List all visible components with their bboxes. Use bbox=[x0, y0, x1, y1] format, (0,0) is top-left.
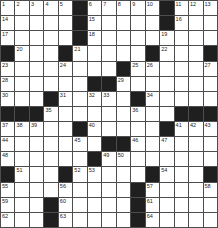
cell-r15c15[interactable] bbox=[204, 213, 217, 227]
cell-r6c1[interactable]: 28 bbox=[1, 77, 14, 91]
cell-r14c12[interactable] bbox=[160, 198, 173, 212]
clue-number-41: 41 bbox=[176, 122, 182, 128]
cell-r10c4[interactable] bbox=[44, 137, 57, 151]
cell-r11c15[interactable] bbox=[204, 152, 217, 166]
clue-number-50: 50 bbox=[118, 152, 124, 158]
cell-r1c11[interactable]: 10 bbox=[146, 1, 159, 15]
clue-number-3: 3 bbox=[31, 1, 34, 7]
black-cell-r15c10 bbox=[131, 213, 144, 227]
cell-r5c15[interactable]: 27 bbox=[204, 62, 217, 76]
cell-r2c15[interactable] bbox=[204, 16, 217, 30]
cell-r1c5[interactable]: 5 bbox=[59, 1, 72, 15]
cell-r1c10[interactable]: 9 bbox=[131, 1, 144, 15]
cell-r12c6[interactable]: 52 bbox=[73, 167, 86, 181]
cell-r1c2[interactable]: 2 bbox=[15, 1, 28, 15]
clue-number-33: 33 bbox=[103, 92, 109, 98]
cell-r8c7[interactable] bbox=[88, 107, 101, 121]
clue-number-62: 62 bbox=[2, 213, 8, 219]
cell-r5c10[interactable]: 25 bbox=[131, 62, 144, 76]
clue-number-59: 59 bbox=[2, 198, 8, 204]
cell-r9c13[interactable]: 41 bbox=[175, 122, 188, 136]
black-cell-r14c4 bbox=[44, 198, 57, 212]
cell-r14c2[interactable] bbox=[15, 198, 28, 212]
cell-r13c13[interactable] bbox=[175, 183, 188, 197]
clue-number-30: 30 bbox=[2, 92, 8, 98]
clue-number-13: 13 bbox=[205, 1, 211, 7]
cell-r8c12[interactable] bbox=[160, 107, 173, 121]
clue-number-34: 34 bbox=[147, 92, 153, 98]
cell-r15c11[interactable]: 64 bbox=[146, 213, 159, 227]
cell-r11c6[interactable] bbox=[73, 152, 86, 166]
cell-r7c13[interactable] bbox=[175, 92, 188, 106]
cell-r5c7[interactable] bbox=[88, 62, 101, 76]
black-cell-r7c4 bbox=[44, 92, 57, 106]
cell-r10c14[interactable] bbox=[189, 137, 202, 151]
cell-r3c3[interactable] bbox=[30, 31, 43, 45]
cell-r13c4[interactable] bbox=[44, 183, 57, 197]
black-cell-r6c7 bbox=[88, 77, 101, 91]
cell-r2c4[interactable] bbox=[44, 16, 57, 30]
cell-r5c13[interactable] bbox=[175, 62, 188, 76]
cell-r11c2[interactable] bbox=[15, 152, 28, 166]
black-cell-r8c1 bbox=[1, 107, 14, 121]
clue-number-12: 12 bbox=[190, 1, 196, 7]
cell-r1c1[interactable]: 1 bbox=[1, 1, 14, 15]
black-cell-r8c3 bbox=[30, 107, 43, 121]
black-cell-r8c14 bbox=[189, 107, 202, 121]
cell-r3c5[interactable] bbox=[59, 31, 72, 45]
clue-number-43: 43 bbox=[205, 122, 211, 128]
cell-r7c9[interactable] bbox=[117, 92, 130, 106]
cell-r11c13[interactable] bbox=[175, 152, 188, 166]
cell-r6c14[interactable] bbox=[189, 77, 202, 91]
cell-r2c3[interactable] bbox=[30, 16, 43, 30]
clue-number-32: 32 bbox=[89, 92, 95, 98]
cell-r8c4[interactable]: 35 bbox=[44, 107, 57, 121]
cell-r3c4[interactable] bbox=[44, 31, 57, 45]
cell-r12c10[interactable] bbox=[131, 167, 144, 181]
clue-number-45: 45 bbox=[74, 137, 80, 143]
cell-r5c8[interactable] bbox=[102, 62, 115, 76]
black-cell-r4c11 bbox=[146, 46, 159, 60]
cell-r1c14[interactable]: 12 bbox=[189, 1, 202, 15]
clue-number-27: 27 bbox=[205, 62, 211, 68]
cell-r6c6[interactable] bbox=[73, 77, 86, 91]
cell-r11c5[interactable] bbox=[59, 152, 72, 166]
cell-r5c14[interactable] bbox=[189, 62, 202, 76]
clue-number-25: 25 bbox=[132, 62, 138, 68]
cell-r1c7[interactable]: 6 bbox=[88, 1, 101, 15]
black-cell-r4c5 bbox=[59, 46, 72, 60]
clue-number-7: 7 bbox=[103, 1, 106, 7]
cell-r3c8[interactable] bbox=[102, 31, 115, 45]
black-cell-r6c8 bbox=[102, 77, 115, 91]
cell-r4c13[interactable] bbox=[175, 46, 188, 60]
black-cell-r2c12 bbox=[160, 16, 173, 30]
black-cell-r11c7 bbox=[88, 152, 101, 166]
cell-r6c13[interactable] bbox=[175, 77, 188, 91]
cell-r13c5[interactable]: 56 bbox=[59, 183, 72, 197]
cell-r11c14[interactable] bbox=[189, 152, 202, 166]
clue-number-44: 44 bbox=[2, 137, 8, 143]
cell-r6c3[interactable] bbox=[30, 77, 43, 91]
black-cell-r12c1 bbox=[1, 167, 14, 181]
cell-r9c4[interactable] bbox=[44, 122, 57, 136]
cell-r2c8[interactable] bbox=[102, 16, 115, 30]
cell-r2c13[interactable]: 16 bbox=[175, 16, 188, 30]
cell-r10c10[interactable]: 46 bbox=[131, 137, 144, 151]
cell-r14c5[interactable]: 60 bbox=[59, 198, 72, 212]
clue-number-22: 22 bbox=[161, 46, 167, 52]
cell-r10c7[interactable] bbox=[88, 137, 101, 151]
clue-number-24: 24 bbox=[60, 62, 66, 68]
cell-r9c15[interactable]: 43 bbox=[204, 122, 217, 136]
cell-r11c8[interactable]: 49 bbox=[102, 152, 115, 166]
cell-r4c3[interactable] bbox=[30, 46, 43, 60]
clue-number-57: 57 bbox=[147, 183, 153, 189]
cell-r3c15[interactable] bbox=[204, 31, 217, 45]
black-cell-r1c12 bbox=[160, 1, 173, 15]
cell-r8c8[interactable] bbox=[102, 107, 115, 121]
cell-r15c3[interactable] bbox=[30, 213, 43, 227]
cell-r15c7[interactable] bbox=[88, 213, 101, 227]
clue-number-6: 6 bbox=[89, 1, 92, 7]
cell-r13c15[interactable]: 58 bbox=[204, 183, 217, 197]
black-cell-r8c2 bbox=[15, 107, 28, 121]
clue-number-20: 20 bbox=[16, 46, 22, 52]
cell-r10c3[interactable] bbox=[30, 137, 43, 151]
cell-r12c13[interactable] bbox=[175, 167, 188, 181]
cell-r4c2[interactable]: 20 bbox=[15, 46, 28, 60]
black-cell-r10c8 bbox=[102, 137, 115, 151]
cell-r6c5[interactable] bbox=[59, 77, 72, 91]
clue-number-19: 19 bbox=[161, 31, 167, 37]
cell-r6c9[interactable]: 29 bbox=[117, 77, 130, 91]
clue-number-46: 46 bbox=[132, 137, 138, 143]
cell-r15c6[interactable] bbox=[73, 213, 86, 227]
cell-r11c10[interactable] bbox=[131, 152, 144, 166]
cell-r13c11[interactable]: 57 bbox=[146, 183, 159, 197]
cell-r15c14[interactable] bbox=[189, 213, 202, 227]
clue-number-4: 4 bbox=[45, 1, 48, 7]
cell-r7c8[interactable]: 33 bbox=[102, 92, 115, 106]
clue-number-54: 54 bbox=[161, 167, 167, 173]
black-cell-r4c15 bbox=[204, 46, 217, 60]
cell-r2c9[interactable] bbox=[117, 16, 130, 30]
clue-number-37: 37 bbox=[2, 122, 8, 128]
cell-r13c14[interactable] bbox=[189, 183, 202, 197]
cell-r4c6[interactable]: 21 bbox=[73, 46, 86, 60]
clue-number-42: 42 bbox=[190, 122, 196, 128]
cell-r11c3[interactable] bbox=[30, 152, 43, 166]
black-cell-r15c4 bbox=[44, 213, 57, 227]
cell-r14c13[interactable] bbox=[175, 198, 188, 212]
clue-number-35: 35 bbox=[45, 107, 51, 113]
cell-r6c15[interactable] bbox=[204, 77, 217, 91]
cell-r9c9[interactable] bbox=[117, 122, 130, 136]
cell-r15c5[interactable]: 63 bbox=[59, 213, 72, 227]
cell-r15c9[interactable] bbox=[117, 213, 130, 227]
black-cell-r9c6 bbox=[73, 122, 86, 136]
cell-r15c12[interactable] bbox=[160, 213, 173, 227]
black-cell-r8c13 bbox=[175, 107, 188, 121]
cell-r9c1[interactable]: 37 bbox=[1, 122, 14, 136]
cell-r12c12[interactable]: 54 bbox=[160, 167, 173, 181]
clue-number-1: 1 bbox=[2, 1, 5, 7]
cell-r1c13[interactable]: 11 bbox=[175, 1, 188, 15]
cell-r5c3[interactable] bbox=[30, 62, 43, 76]
cell-r7c1[interactable]: 30 bbox=[1, 92, 14, 106]
cell-r6c12[interactable] bbox=[160, 77, 173, 91]
cell-r2c5[interactable] bbox=[59, 16, 72, 30]
clue-number-58: 58 bbox=[205, 183, 211, 189]
cell-r12c8[interactable] bbox=[102, 167, 115, 181]
black-cell-r7c10 bbox=[131, 92, 144, 106]
cell-r1c4[interactable]: 4 bbox=[44, 1, 57, 15]
cell-r5c11[interactable]: 26 bbox=[146, 62, 159, 76]
cell-r15c13[interactable] bbox=[175, 213, 188, 227]
cell-r12c4[interactable] bbox=[44, 167, 57, 181]
cell-r7c2[interactable] bbox=[15, 92, 28, 106]
clue-number-39: 39 bbox=[31, 122, 37, 128]
black-cell-r3c6 bbox=[73, 31, 86, 45]
clue-number-16: 16 bbox=[176, 16, 182, 22]
cell-r2c7[interactable]: 15 bbox=[88, 16, 101, 30]
cell-r12c9[interactable] bbox=[117, 167, 130, 181]
cell-r6c10[interactable] bbox=[131, 77, 144, 91]
cell-r3c2[interactable] bbox=[15, 31, 28, 45]
cell-r13c6[interactable] bbox=[73, 183, 86, 197]
cell-r11c12[interactable] bbox=[160, 152, 173, 166]
clue-number-40: 40 bbox=[89, 122, 95, 128]
crossword-grid: 1234567891011121314151617181920212223242… bbox=[0, 0, 218, 228]
clue-number-60: 60 bbox=[60, 198, 66, 204]
cell-r2c11[interactable] bbox=[146, 16, 159, 30]
cell-r6c11[interactable] bbox=[146, 77, 159, 91]
cell-r2c1[interactable]: 14 bbox=[1, 16, 14, 30]
cell-r10c11[interactable] bbox=[146, 137, 159, 151]
cell-r6c2[interactable] bbox=[15, 77, 28, 91]
black-cell-r5c9 bbox=[117, 62, 130, 76]
cell-r7c5[interactable]: 31 bbox=[59, 92, 72, 106]
cell-r3c14[interactable] bbox=[189, 31, 202, 45]
cell-r9c10[interactable] bbox=[131, 122, 144, 136]
black-cell-r14c10 bbox=[131, 198, 144, 212]
cell-r5c12[interactable] bbox=[160, 62, 173, 76]
clue-number-5: 5 bbox=[60, 1, 63, 7]
cell-r14c6[interactable] bbox=[73, 198, 86, 212]
cell-r10c13[interactable] bbox=[175, 137, 188, 151]
cell-r5c2[interactable] bbox=[15, 62, 28, 76]
black-cell-r2c6 bbox=[73, 16, 86, 30]
clue-number-15: 15 bbox=[89, 16, 95, 22]
cell-r14c1[interactable]: 59 bbox=[1, 198, 14, 212]
black-cell-r4c1 bbox=[1, 46, 14, 60]
black-cell-r9c12 bbox=[160, 122, 173, 136]
cell-r9c7[interactable]: 40 bbox=[88, 122, 101, 136]
cell-r13c9[interactable] bbox=[117, 183, 130, 197]
clue-number-52: 52 bbox=[74, 167, 80, 173]
cell-r7c15[interactable] bbox=[204, 92, 217, 106]
black-cell-r8c15 bbox=[204, 107, 217, 121]
cell-r3c12[interactable]: 19 bbox=[160, 31, 173, 45]
clue-number-28: 28 bbox=[2, 77, 8, 83]
cell-r12c2[interactable]: 51 bbox=[15, 167, 28, 181]
cell-r6c4[interactable] bbox=[44, 77, 57, 91]
cell-r3c1[interactable]: 17 bbox=[1, 31, 14, 45]
black-cell-r13c10 bbox=[131, 183, 144, 197]
cell-r10c2[interactable] bbox=[15, 137, 28, 151]
clue-number-8: 8 bbox=[118, 1, 121, 7]
cell-r15c1[interactable]: 62 bbox=[1, 213, 14, 227]
clue-number-38: 38 bbox=[16, 122, 22, 128]
clue-number-26: 26 bbox=[147, 62, 153, 68]
cell-r2c2[interactable] bbox=[15, 16, 28, 30]
clue-number-49: 49 bbox=[103, 152, 109, 158]
cell-r7c11[interactable]: 34 bbox=[146, 92, 159, 106]
cell-r3c11[interactable] bbox=[146, 31, 159, 45]
cell-r13c7[interactable] bbox=[88, 183, 101, 197]
clue-number-55: 55 bbox=[2, 183, 8, 189]
black-cell-r12c5 bbox=[59, 167, 72, 181]
cell-r8c10[interactable]: 36 bbox=[131, 107, 144, 121]
cell-r9c8[interactable] bbox=[102, 122, 115, 136]
cell-r11c11[interactable] bbox=[146, 152, 159, 166]
cell-r7c14[interactable] bbox=[189, 92, 202, 106]
clue-number-9: 9 bbox=[132, 1, 135, 7]
clue-number-29: 29 bbox=[118, 77, 124, 83]
cell-r5c1[interactable]: 23 bbox=[1, 62, 14, 76]
clue-number-53: 53 bbox=[89, 167, 95, 173]
clue-number-48: 48 bbox=[2, 152, 8, 158]
cell-r14c3[interactable] bbox=[30, 198, 43, 212]
cell-r7c3[interactable] bbox=[30, 92, 43, 106]
clue-number-23: 23 bbox=[2, 62, 8, 68]
cell-r14c8[interactable] bbox=[102, 198, 115, 212]
clue-number-56: 56 bbox=[60, 183, 66, 189]
cell-r8c11[interactable] bbox=[146, 107, 159, 121]
cell-r1c15[interactable]: 13 bbox=[204, 1, 217, 15]
cell-r1c9[interactable]: 8 bbox=[117, 1, 130, 15]
cell-r3c13[interactable] bbox=[175, 31, 188, 45]
cell-r2c14[interactable] bbox=[189, 16, 202, 30]
cell-r4c9[interactable] bbox=[117, 46, 130, 60]
cell-r4c7[interactable] bbox=[88, 46, 101, 60]
cell-r11c1[interactable]: 48 bbox=[1, 152, 14, 166]
cell-r12c3[interactable] bbox=[30, 167, 43, 181]
cell-r2c10[interactable] bbox=[131, 16, 144, 30]
black-cell-r12c11 bbox=[146, 167, 159, 181]
cell-r7c12[interactable] bbox=[160, 92, 173, 106]
cell-r5c6[interactable] bbox=[73, 62, 86, 76]
cell-r7c7[interactable]: 32 bbox=[88, 92, 101, 106]
cell-r14c7[interactable] bbox=[88, 198, 101, 212]
cell-r4c8[interactable] bbox=[102, 46, 115, 60]
cell-r11c4[interactable] bbox=[44, 152, 57, 166]
cell-r10c6[interactable]: 45 bbox=[73, 137, 86, 151]
cell-r4c12[interactable]: 22 bbox=[160, 46, 173, 60]
cell-r4c10[interactable] bbox=[131, 46, 144, 60]
cell-r13c2[interactable] bbox=[15, 183, 28, 197]
cell-r8c5[interactable] bbox=[59, 107, 72, 121]
cell-r1c8[interactable]: 7 bbox=[102, 1, 115, 15]
cell-r10c1[interactable]: 44 bbox=[1, 137, 14, 151]
cell-r1c3[interactable]: 3 bbox=[30, 1, 43, 15]
clue-number-18: 18 bbox=[89, 31, 95, 37]
cell-r14c14[interactable] bbox=[189, 198, 202, 212]
clue-number-64: 64 bbox=[147, 213, 153, 219]
cell-r10c15[interactable] bbox=[204, 137, 217, 151]
cell-r7c6[interactable] bbox=[73, 92, 86, 106]
clue-number-47: 47 bbox=[161, 137, 167, 143]
cell-r10c5[interactable] bbox=[59, 137, 72, 151]
cell-r12c7[interactable]: 53 bbox=[88, 167, 101, 181]
cell-r3c7[interactable]: 18 bbox=[88, 31, 101, 45]
cell-r11c9[interactable]: 50 bbox=[117, 152, 130, 166]
clue-number-2: 2 bbox=[16, 1, 19, 7]
clue-number-11: 11 bbox=[176, 1, 182, 7]
cell-r5c4[interactable] bbox=[44, 62, 57, 76]
cell-r15c2[interactable] bbox=[15, 213, 28, 227]
clue-number-14: 14 bbox=[2, 16, 8, 22]
cell-r9c11[interactable] bbox=[146, 122, 159, 136]
cell-r4c4[interactable] bbox=[44, 46, 57, 60]
clue-number-21: 21 bbox=[74, 46, 80, 52]
cell-r9c5[interactable] bbox=[59, 122, 72, 136]
cell-r12c14[interactable] bbox=[189, 167, 202, 181]
clue-number-61: 61 bbox=[147, 198, 153, 204]
clue-number-63: 63 bbox=[60, 213, 66, 219]
cell-r10c12[interactable]: 47 bbox=[160, 137, 173, 151]
clue-number-31: 31 bbox=[60, 92, 66, 98]
cell-r14c9[interactable] bbox=[117, 198, 130, 212]
cell-r14c15[interactable] bbox=[204, 198, 217, 212]
clue-number-17: 17 bbox=[2, 31, 8, 37]
cell-r9c2[interactable]: 38 bbox=[15, 122, 28, 136]
cell-r13c12[interactable] bbox=[160, 183, 173, 197]
cell-r13c3[interactable] bbox=[30, 183, 43, 197]
clue-number-51: 51 bbox=[16, 167, 22, 173]
cell-r5c5[interactable]: 24 bbox=[59, 62, 72, 76]
cell-r8c6[interactable] bbox=[73, 107, 86, 121]
cell-r9c3[interactable]: 39 bbox=[30, 122, 43, 136]
clue-number-36: 36 bbox=[132, 107, 138, 113]
cell-r13c8[interactable] bbox=[102, 183, 115, 197]
cell-r3c10[interactable] bbox=[131, 31, 144, 45]
clue-number-10: 10 bbox=[147, 1, 153, 7]
black-cell-r1c6 bbox=[73, 1, 86, 15]
black-cell-r12c15 bbox=[204, 167, 217, 181]
cell-r15c8[interactable] bbox=[102, 213, 115, 227]
cell-r9c14[interactable]: 42 bbox=[189, 122, 202, 136]
black-cell-r10c9 bbox=[117, 137, 130, 151]
cell-r4c14[interactable] bbox=[189, 46, 202, 60]
cell-r8c9[interactable] bbox=[117, 107, 130, 121]
cell-r14c11[interactable]: 61 bbox=[146, 198, 159, 212]
cell-r3c9[interactable] bbox=[117, 31, 130, 45]
cell-r13c1[interactable]: 55 bbox=[1, 183, 14, 197]
